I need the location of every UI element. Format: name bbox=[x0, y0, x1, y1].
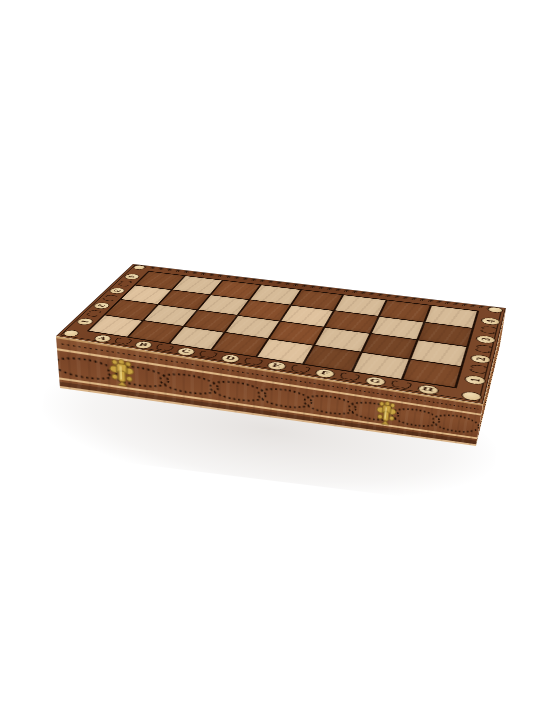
braid-leaf bbox=[210, 379, 266, 404]
rank-label-2: 2 bbox=[91, 301, 112, 309]
rank-label-4: 4 bbox=[122, 273, 141, 280]
rank-label-1: 1 bbox=[74, 317, 95, 326]
brass-latch bbox=[101, 355, 143, 390]
braid-leaf bbox=[160, 371, 218, 397]
rank-label-3: 3 bbox=[474, 334, 496, 344]
rank-label-1: 1 bbox=[463, 374, 486, 386]
braid-leaf bbox=[304, 393, 357, 417]
product-photo-scene: ABCDEFGH 4321 4321 bbox=[0, 0, 540, 720]
braid-leaf bbox=[432, 412, 480, 434]
brass-latch bbox=[369, 398, 404, 429]
braid-leaf bbox=[258, 386, 312, 410]
rank-label-3: 3 bbox=[107, 287, 127, 294]
rank-label-4: 4 bbox=[480, 316, 501, 325]
rank-label-2: 2 bbox=[469, 353, 491, 364]
